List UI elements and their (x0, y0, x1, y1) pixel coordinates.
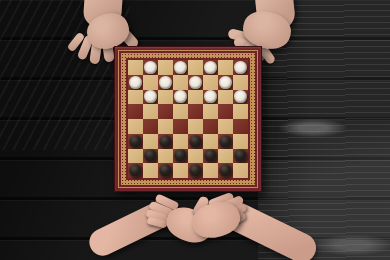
square-r1c2 (158, 75, 173, 90)
square-r7c3 (173, 163, 188, 178)
square-r2c0 (128, 90, 143, 105)
square-r2c5 (203, 90, 218, 105)
square-r3c1 (143, 104, 158, 119)
square-r2c2 (158, 90, 173, 105)
white-checker (204, 61, 217, 74)
square-r6c3 (173, 149, 188, 164)
black-checker (234, 149, 247, 162)
square-r7c7 (233, 163, 248, 178)
square-r2c3 (173, 90, 188, 105)
checkers-board (114, 46, 262, 192)
square-r1c1 (143, 75, 158, 90)
white-checker (189, 76, 202, 89)
board-grid (128, 60, 248, 178)
square-r6c6 (218, 149, 233, 164)
square-r3c4 (188, 104, 203, 119)
square-r1c6 (218, 75, 233, 90)
square-r5c3 (173, 134, 188, 149)
square-r7c4 (188, 163, 203, 178)
black-checker (174, 149, 187, 162)
square-r5c6 (218, 134, 233, 149)
black-checker (219, 135, 232, 148)
square-r0c2 (158, 60, 173, 75)
black-checker (159, 164, 172, 177)
square-r2c1 (143, 90, 158, 105)
square-r3c6 (218, 104, 233, 119)
square-r4c7 (233, 119, 248, 134)
black-checker (159, 135, 172, 148)
white-checker (129, 76, 142, 89)
black-checker (129, 164, 142, 177)
black-checker (129, 135, 142, 148)
white-checker (159, 76, 172, 89)
square-r0c3 (173, 60, 188, 75)
black-checker (189, 135, 202, 148)
square-r5c1 (143, 134, 158, 149)
square-r5c2 (158, 134, 173, 149)
black-checker (219, 164, 232, 177)
square-r7c5 (203, 163, 218, 178)
square-r4c2 (158, 119, 173, 134)
white-checker (144, 61, 157, 74)
square-r3c3 (173, 104, 188, 119)
square-r6c1 (143, 149, 158, 164)
square-r0c5 (203, 60, 218, 75)
black-checker (189, 164, 202, 177)
square-r0c0 (128, 60, 143, 75)
white-checker (234, 90, 247, 103)
square-r0c4 (188, 60, 203, 75)
square-r4c1 (143, 119, 158, 134)
square-r5c0 (128, 134, 143, 149)
square-r6c5 (203, 149, 218, 164)
square-r6c0 (128, 149, 143, 164)
square-r5c4 (188, 134, 203, 149)
white-checker (219, 76, 232, 89)
white-checker (204, 90, 217, 103)
white-checker (174, 90, 187, 103)
square-r4c6 (218, 119, 233, 134)
square-r2c4 (188, 90, 203, 105)
square-r7c1 (143, 163, 158, 178)
square-r6c2 (158, 149, 173, 164)
black-checker (144, 149, 157, 162)
square-r1c7 (233, 75, 248, 90)
square-r1c4 (188, 75, 203, 90)
square-r2c7 (233, 90, 248, 105)
white-checker (144, 90, 157, 103)
white-checker (174, 61, 187, 74)
square-r5c7 (233, 134, 248, 149)
square-r4c4 (188, 119, 203, 134)
square-r0c1 (143, 60, 158, 75)
square-r5c5 (203, 134, 218, 149)
square-r1c0 (128, 75, 143, 90)
square-r3c7 (233, 104, 248, 119)
square-r0c6 (218, 60, 233, 75)
square-r1c3 (173, 75, 188, 90)
square-r0c7 (233, 60, 248, 75)
square-r6c7 (233, 149, 248, 164)
square-r3c5 (203, 104, 218, 119)
square-r7c6 (218, 163, 233, 178)
square-r4c0 (128, 119, 143, 134)
square-r3c0 (128, 104, 143, 119)
square-r7c2 (158, 163, 173, 178)
square-r6c4 (188, 149, 203, 164)
scene (0, 0, 390, 260)
square-r7c0 (128, 163, 143, 178)
white-checker (234, 61, 247, 74)
black-checker (204, 149, 217, 162)
square-r1c5 (203, 75, 218, 90)
square-r4c5 (203, 119, 218, 134)
square-r3c2 (158, 104, 173, 119)
square-r4c3 (173, 119, 188, 134)
square-r2c6 (218, 90, 233, 105)
